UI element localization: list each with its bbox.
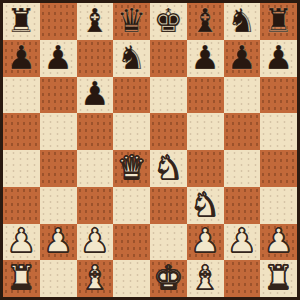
square-a3[interactable] [3,187,40,224]
square-c5[interactable] [77,113,114,150]
piece-white-knight-f3[interactable]: ♞ [190,188,220,221]
square-b1[interactable] [40,260,77,297]
piece-white-pawn-c2[interactable]: ♟ [80,224,110,257]
piece-black-bishop-c8[interactable]: ♝ [80,4,110,37]
square-f6[interactable] [187,77,224,114]
square-f3[interactable]: ♞ [187,187,224,224]
square-f8[interactable]: ♝ [187,3,224,40]
piece-white-knight-e4[interactable]: ♞ [154,151,184,184]
square-b3[interactable] [40,187,77,224]
piece-white-pawn-g2[interactable]: ♟ [227,224,257,257]
piece-black-rook-a8[interactable]: ♜ [7,4,37,37]
square-e2[interactable] [150,224,187,261]
square-e6[interactable] [150,77,187,114]
square-a6[interactable] [3,77,40,114]
square-e3[interactable] [150,187,187,224]
piece-black-pawn-b7[interactable]: ♟ [43,41,73,74]
piece-black-rook-h8[interactable]: ♜ [264,4,294,37]
piece-white-pawn-b2[interactable]: ♟ [43,224,73,257]
square-e1[interactable]: ♚ [150,260,187,297]
piece-white-rook-h1[interactable]: ♜ [264,261,294,294]
square-b7[interactable]: ♟ [40,40,77,77]
square-e4[interactable]: ♞ [150,150,187,187]
square-d3[interactable] [113,187,150,224]
square-g8[interactable]: ♞ [224,3,261,40]
square-h2[interactable]: ♟ [260,224,297,261]
piece-white-bishop-c1[interactable]: ♝ [80,261,110,294]
piece-black-pawn-c6[interactable]: ♟ [80,77,110,110]
square-b2[interactable]: ♟ [40,224,77,261]
square-d6[interactable] [113,77,150,114]
square-d5[interactable] [113,113,150,150]
square-h1[interactable]: ♜ [260,260,297,297]
square-h3[interactable] [260,187,297,224]
square-g6[interactable] [224,77,261,114]
square-h7[interactable]: ♟ [260,40,297,77]
square-e8[interactable]: ♚ [150,3,187,40]
square-b6[interactable] [40,77,77,114]
square-d1[interactable] [113,260,150,297]
square-c1[interactable]: ♝ [77,260,114,297]
square-f1[interactable]: ♝ [187,260,224,297]
square-f2[interactable]: ♟ [187,224,224,261]
piece-black-pawn-f7[interactable]: ♟ [190,41,220,74]
piece-white-rook-a1[interactable]: ♜ [7,261,37,294]
square-c8[interactable]: ♝ [77,3,114,40]
square-h8[interactable]: ♜ [260,3,297,40]
square-g2[interactable]: ♟ [224,224,261,261]
square-g4[interactable] [224,150,261,187]
square-e5[interactable] [150,113,187,150]
square-h6[interactable] [260,77,297,114]
square-f4[interactable] [187,150,224,187]
square-f5[interactable] [187,113,224,150]
square-d7[interactable]: ♞ [113,40,150,77]
square-a8[interactable]: ♜ [3,3,40,40]
square-h5[interactable] [260,113,297,150]
piece-white-pawn-h2[interactable]: ♟ [264,224,294,257]
square-c2[interactable]: ♟ [77,224,114,261]
square-a4[interactable] [3,150,40,187]
square-b4[interactable] [40,150,77,187]
square-g5[interactable] [224,113,261,150]
square-a5[interactable] [3,113,40,150]
piece-white-pawn-f2[interactable]: ♟ [190,224,220,257]
square-g1[interactable] [224,260,261,297]
square-c4[interactable] [77,150,114,187]
square-a1[interactable]: ♜ [3,260,40,297]
piece-black-pawn-a7[interactable]: ♟ [7,41,37,74]
chess-board: ♜♝♛♚♝♞♜♟♟♞♟♟♟♟♛♞♞♟♟♟♟♟♟♜♝♚♝♜ [3,3,297,297]
square-g7[interactable]: ♟ [224,40,261,77]
square-c7[interactable] [77,40,114,77]
square-d8[interactable]: ♛ [113,3,150,40]
piece-black-bishop-f8[interactable]: ♝ [190,4,220,37]
piece-black-knight-g8[interactable]: ♞ [227,4,257,37]
piece-white-bishop-f1[interactable]: ♝ [190,261,220,294]
square-d4[interactable]: ♛ [113,150,150,187]
square-c6[interactable]: ♟ [77,77,114,114]
square-c3[interactable] [77,187,114,224]
piece-black-king-e8[interactable]: ♚ [154,4,184,37]
square-b8[interactable] [40,3,77,40]
square-h4[interactable] [260,150,297,187]
square-f7[interactable]: ♟ [187,40,224,77]
piece-black-queen-d8[interactable]: ♛ [117,4,147,37]
piece-white-queen-d4[interactable]: ♛ [117,151,147,184]
square-a2[interactable]: ♟ [3,224,40,261]
piece-black-pawn-h7[interactable]: ♟ [264,41,294,74]
square-b5[interactable] [40,113,77,150]
chess-board-frame: ♜♝♛♚♝♞♜♟♟♞♟♟♟♟♛♞♞♟♟♟♟♟♟♜♝♚♝♜ [0,0,300,300]
piece-white-king-e1[interactable]: ♚ [154,261,184,294]
piece-white-pawn-a2[interactable]: ♟ [7,224,37,257]
square-a7[interactable]: ♟ [3,40,40,77]
square-e7[interactable] [150,40,187,77]
square-d2[interactable] [113,224,150,261]
piece-black-pawn-g7[interactable]: ♟ [227,41,257,74]
piece-black-knight-d7[interactable]: ♞ [117,41,147,74]
square-g3[interactable] [224,187,261,224]
